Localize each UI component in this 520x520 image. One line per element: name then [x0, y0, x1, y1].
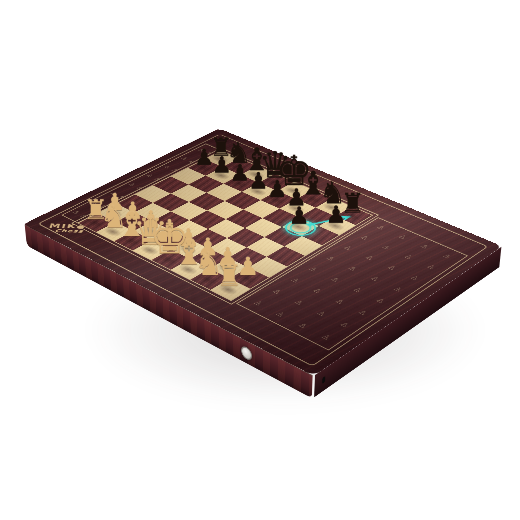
photo-canvas: ♙♙♙♙♙♙♙♙♙♙♙♙♙♙♙♙ ♙♙♙♙♙♙♙♙♙♙♙♙♙♙♙♙♙♙♙♙♙♙♙…	[0, 0, 520, 520]
scene: ♙♙♙♙♙♙♙♙♙♙♙♙♙♙♙♙ ♙♙♙♙♙♙♙♙♙♙♙♙♙♙♙♙♙♙♙♙♙♙♙…	[0, 0, 520, 520]
white-rook-glyph: ♜	[209, 261, 250, 290]
chess-board: ♙♙♙♙♙♙♙♙♙♙♙♙♙♙♙♙ ♙♙♙♙♙♙♙♙♙♙♙♙♙♙♙♙♙♙♙♙♙♙♙…	[24, 128, 502, 375]
black-pawn-glyph: ♟	[317, 202, 355, 226]
power-button	[241, 344, 252, 362]
connector-port	[322, 376, 325, 383]
